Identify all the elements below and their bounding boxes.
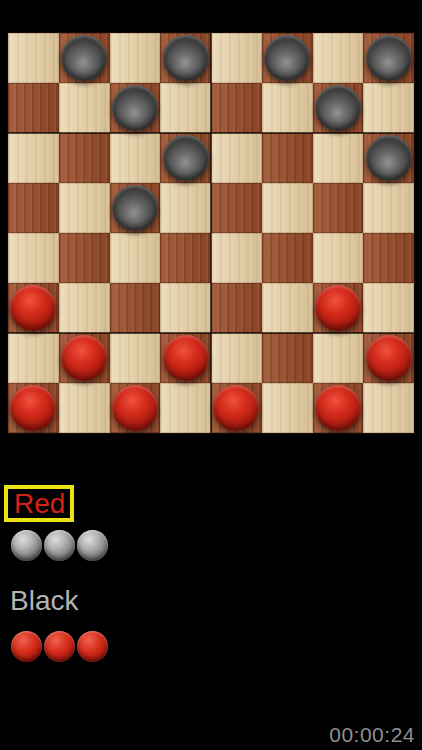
square-r1c1[interactable] — [8, 33, 59, 83]
black-piece[interactable] — [264, 35, 310, 81]
square-r7c4[interactable] — [160, 333, 211, 383]
square-r1c2[interactable] — [59, 33, 110, 83]
square-r5c2[interactable] — [59, 233, 110, 283]
square-r2c3[interactable] — [110, 83, 161, 133]
game-timer: 00:00:24 — [329, 724, 415, 745]
square-r6c4[interactable] — [160, 283, 211, 333]
captured-black-piece — [77, 530, 108, 561]
square-r3c4[interactable] — [160, 133, 211, 183]
square-r2c8[interactable] — [363, 83, 414, 133]
square-r6c5[interactable] — [211, 283, 262, 333]
checkers-board — [8, 33, 414, 433]
square-r5c6[interactable] — [262, 233, 313, 283]
square-r1c5[interactable] — [211, 33, 262, 83]
square-r5c5[interactable] — [211, 233, 262, 283]
red-piece[interactable] — [61, 335, 107, 381]
black-piece[interactable] — [163, 35, 209, 81]
red-piece[interactable] — [213, 385, 259, 431]
square-r2c2[interactable] — [59, 83, 110, 133]
square-r5c1[interactable] — [8, 233, 59, 283]
square-r4c6[interactable] — [262, 183, 313, 233]
square-r1c4[interactable] — [160, 33, 211, 83]
black-piece[interactable] — [112, 185, 158, 231]
square-r4c3[interactable] — [110, 183, 161, 233]
square-r3c5[interactable] — [211, 133, 262, 183]
square-r8c3[interactable] — [110, 383, 161, 433]
square-r7c7[interactable] — [313, 333, 364, 383]
square-r6c8[interactable] — [363, 283, 414, 333]
black-captured-tray — [11, 631, 108, 662]
square-r7c2[interactable] — [59, 333, 110, 383]
square-r4c1[interactable] — [8, 183, 59, 233]
square-r3c6[interactable] — [262, 133, 313, 183]
red-piece[interactable] — [315, 285, 361, 331]
square-r7c5[interactable] — [211, 333, 262, 383]
square-r4c2[interactable] — [59, 183, 110, 233]
red-captured-tray — [11, 530, 108, 561]
square-r1c8[interactable] — [363, 33, 414, 83]
square-r4c8[interactable] — [363, 183, 414, 233]
captured-black-piece — [11, 530, 42, 561]
captured-black-piece — [44, 530, 75, 561]
captured-red-piece — [44, 631, 75, 662]
red-player-label: Red — [14, 490, 65, 518]
square-r4c4[interactable] — [160, 183, 211, 233]
square-r2c4[interactable] — [160, 83, 211, 133]
red-piece[interactable] — [10, 285, 56, 331]
square-r5c7[interactable] — [313, 233, 364, 283]
square-r2c6[interactable] — [262, 83, 313, 133]
square-r2c5[interactable] — [211, 83, 262, 133]
black-piece[interactable] — [112, 85, 158, 131]
app-screen: Red Black 00:00:24 — [0, 0, 422, 750]
square-r6c2[interactable] — [59, 283, 110, 333]
square-r8c8[interactable] — [363, 383, 414, 433]
square-r6c3[interactable] — [110, 283, 161, 333]
square-r3c8[interactable] — [363, 133, 414, 183]
black-piece[interactable] — [366, 35, 412, 81]
captured-red-piece — [77, 631, 108, 662]
red-piece[interactable] — [112, 385, 158, 431]
turn-indicator: Red — [4, 485, 74, 522]
black-piece[interactable] — [315, 85, 361, 131]
red-piece[interactable] — [315, 385, 361, 431]
square-r3c3[interactable] — [110, 133, 161, 183]
red-piece[interactable] — [366, 335, 412, 381]
square-r7c1[interactable] — [8, 333, 59, 383]
square-r2c7[interactable] — [313, 83, 364, 133]
captured-red-piece — [11, 631, 42, 662]
black-player-label: Black — [10, 587, 78, 615]
square-r6c6[interactable] — [262, 283, 313, 333]
square-r8c5[interactable] — [211, 383, 262, 433]
square-r1c3[interactable] — [110, 33, 161, 83]
square-r8c1[interactable] — [8, 383, 59, 433]
square-r6c7[interactable] — [313, 283, 364, 333]
square-r2c1[interactable] — [8, 83, 59, 133]
square-r8c6[interactable] — [262, 383, 313, 433]
square-r7c3[interactable] — [110, 333, 161, 383]
square-r4c7[interactable] — [313, 183, 364, 233]
square-r3c1[interactable] — [8, 133, 59, 183]
square-r5c4[interactable] — [160, 233, 211, 283]
square-r3c2[interactable] — [59, 133, 110, 183]
square-r7c6[interactable] — [262, 333, 313, 383]
square-r5c3[interactable] — [110, 233, 161, 283]
square-r8c2[interactable] — [59, 383, 110, 433]
red-piece[interactable] — [163, 335, 209, 381]
square-r7c8[interactable] — [363, 333, 414, 383]
black-piece[interactable] — [366, 135, 412, 181]
black-piece[interactable] — [163, 135, 209, 181]
square-r4c5[interactable] — [211, 183, 262, 233]
square-r8c4[interactable] — [160, 383, 211, 433]
square-r3c7[interactable] — [313, 133, 364, 183]
square-r1c6[interactable] — [262, 33, 313, 83]
square-r1c7[interactable] — [313, 33, 364, 83]
square-r8c7[interactable] — [313, 383, 364, 433]
square-r6c1[interactable] — [8, 283, 59, 333]
square-r5c8[interactable] — [363, 233, 414, 283]
black-piece[interactable] — [61, 35, 107, 81]
red-piece[interactable] — [10, 385, 56, 431]
